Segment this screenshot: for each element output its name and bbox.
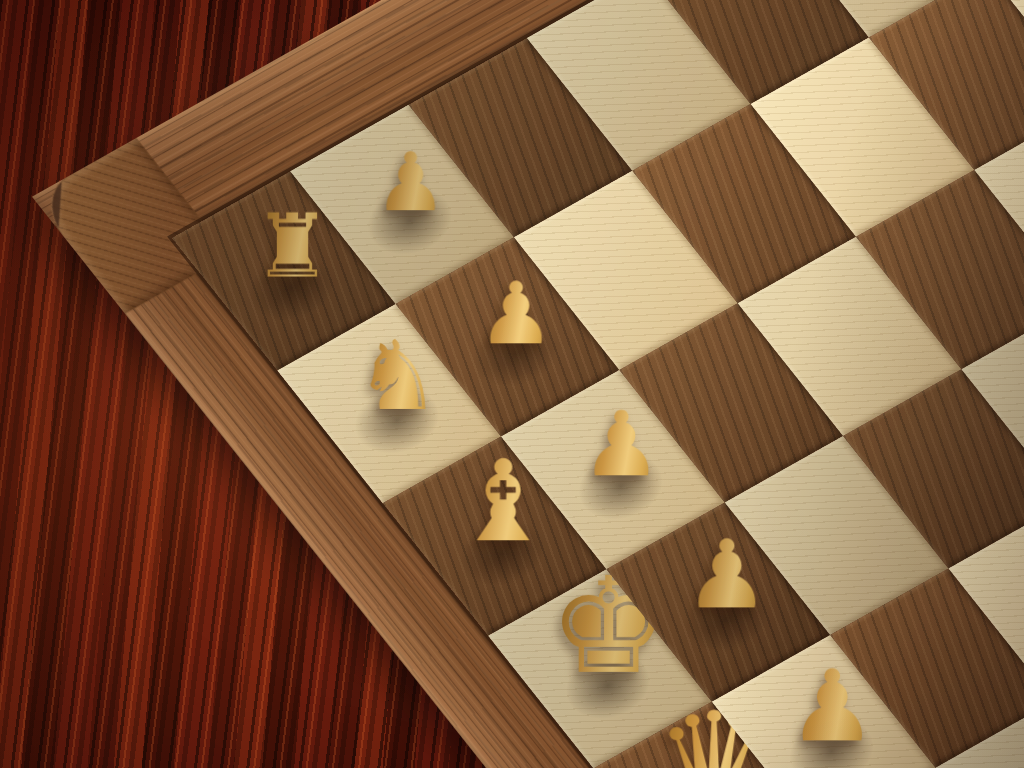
piece-white-bishop-c1[interactable]: ♝ [452,445,553,558]
chess-board: ♜♟♞♟♝♟♚♟♛♟ [172,0,1024,768]
chessboard-photo-scene: ♜♟♞♟♝♟♚♟♛♟ [0,0,1024,768]
piece-white-pawn-a2[interactable]: ♟ [374,142,447,223]
piece-white-pawn-c2[interactable]: ♟ [581,399,662,489]
piece-white-pawn-b2[interactable]: ♟ [477,270,554,356]
piece-white-rook-a1[interactable]: ♜ [253,202,332,290]
